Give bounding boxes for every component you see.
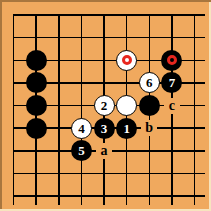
stone-move-number: 7 [169,76,176,89]
stone-move-number: 5 [78,144,85,157]
stone-white-move-6: 6 [139,72,160,93]
stone-black-circled [161,50,182,71]
go-board-diagram: abc1234567 [0,0,211,211]
board-frame-bottom [0,209,211,211]
stone-move-number: 3 [101,121,108,134]
stone-black [139,95,160,116]
point-label-c: c [164,98,180,114]
point-label-b: b [141,120,157,136]
stone-move-number: 1 [123,121,130,134]
board-frame-right [209,2,211,209]
board-frame-left [0,2,2,209]
grid-line-horizontal [13,14,205,16]
stone-white-move-4: 4 [71,118,92,139]
stone-move-number: 2 [101,99,108,112]
stone-black [26,72,47,93]
stone-black-move-3: 3 [94,118,115,139]
circle-marker-icon [167,55,177,65]
grid-line-horizontal [13,173,205,175]
circle-marker-icon [122,55,132,65]
grid-line-vertical [13,14,15,204]
stone-black-move-7: 7 [161,72,182,93]
stone-white [116,95,137,116]
stone-black-move-1: 1 [116,118,137,139]
point-label-a: a [96,143,112,159]
stone-white-circled [116,50,137,71]
stone-black [26,118,47,139]
grid-line-vertical [194,14,196,204]
stone-black-move-5: 5 [71,140,92,161]
grid-line-vertical [81,14,83,204]
board-frame-top [0,0,211,2]
stone-move-number: 6 [146,76,153,89]
grid-line-horizontal [13,37,205,39]
grid-line-vertical [58,14,60,204]
stone-move-number: 4 [78,121,85,134]
stone-white-move-2: 2 [94,95,115,116]
grid-line-horizontal [13,195,205,197]
stone-black [26,95,47,116]
stone-black [26,50,47,71]
